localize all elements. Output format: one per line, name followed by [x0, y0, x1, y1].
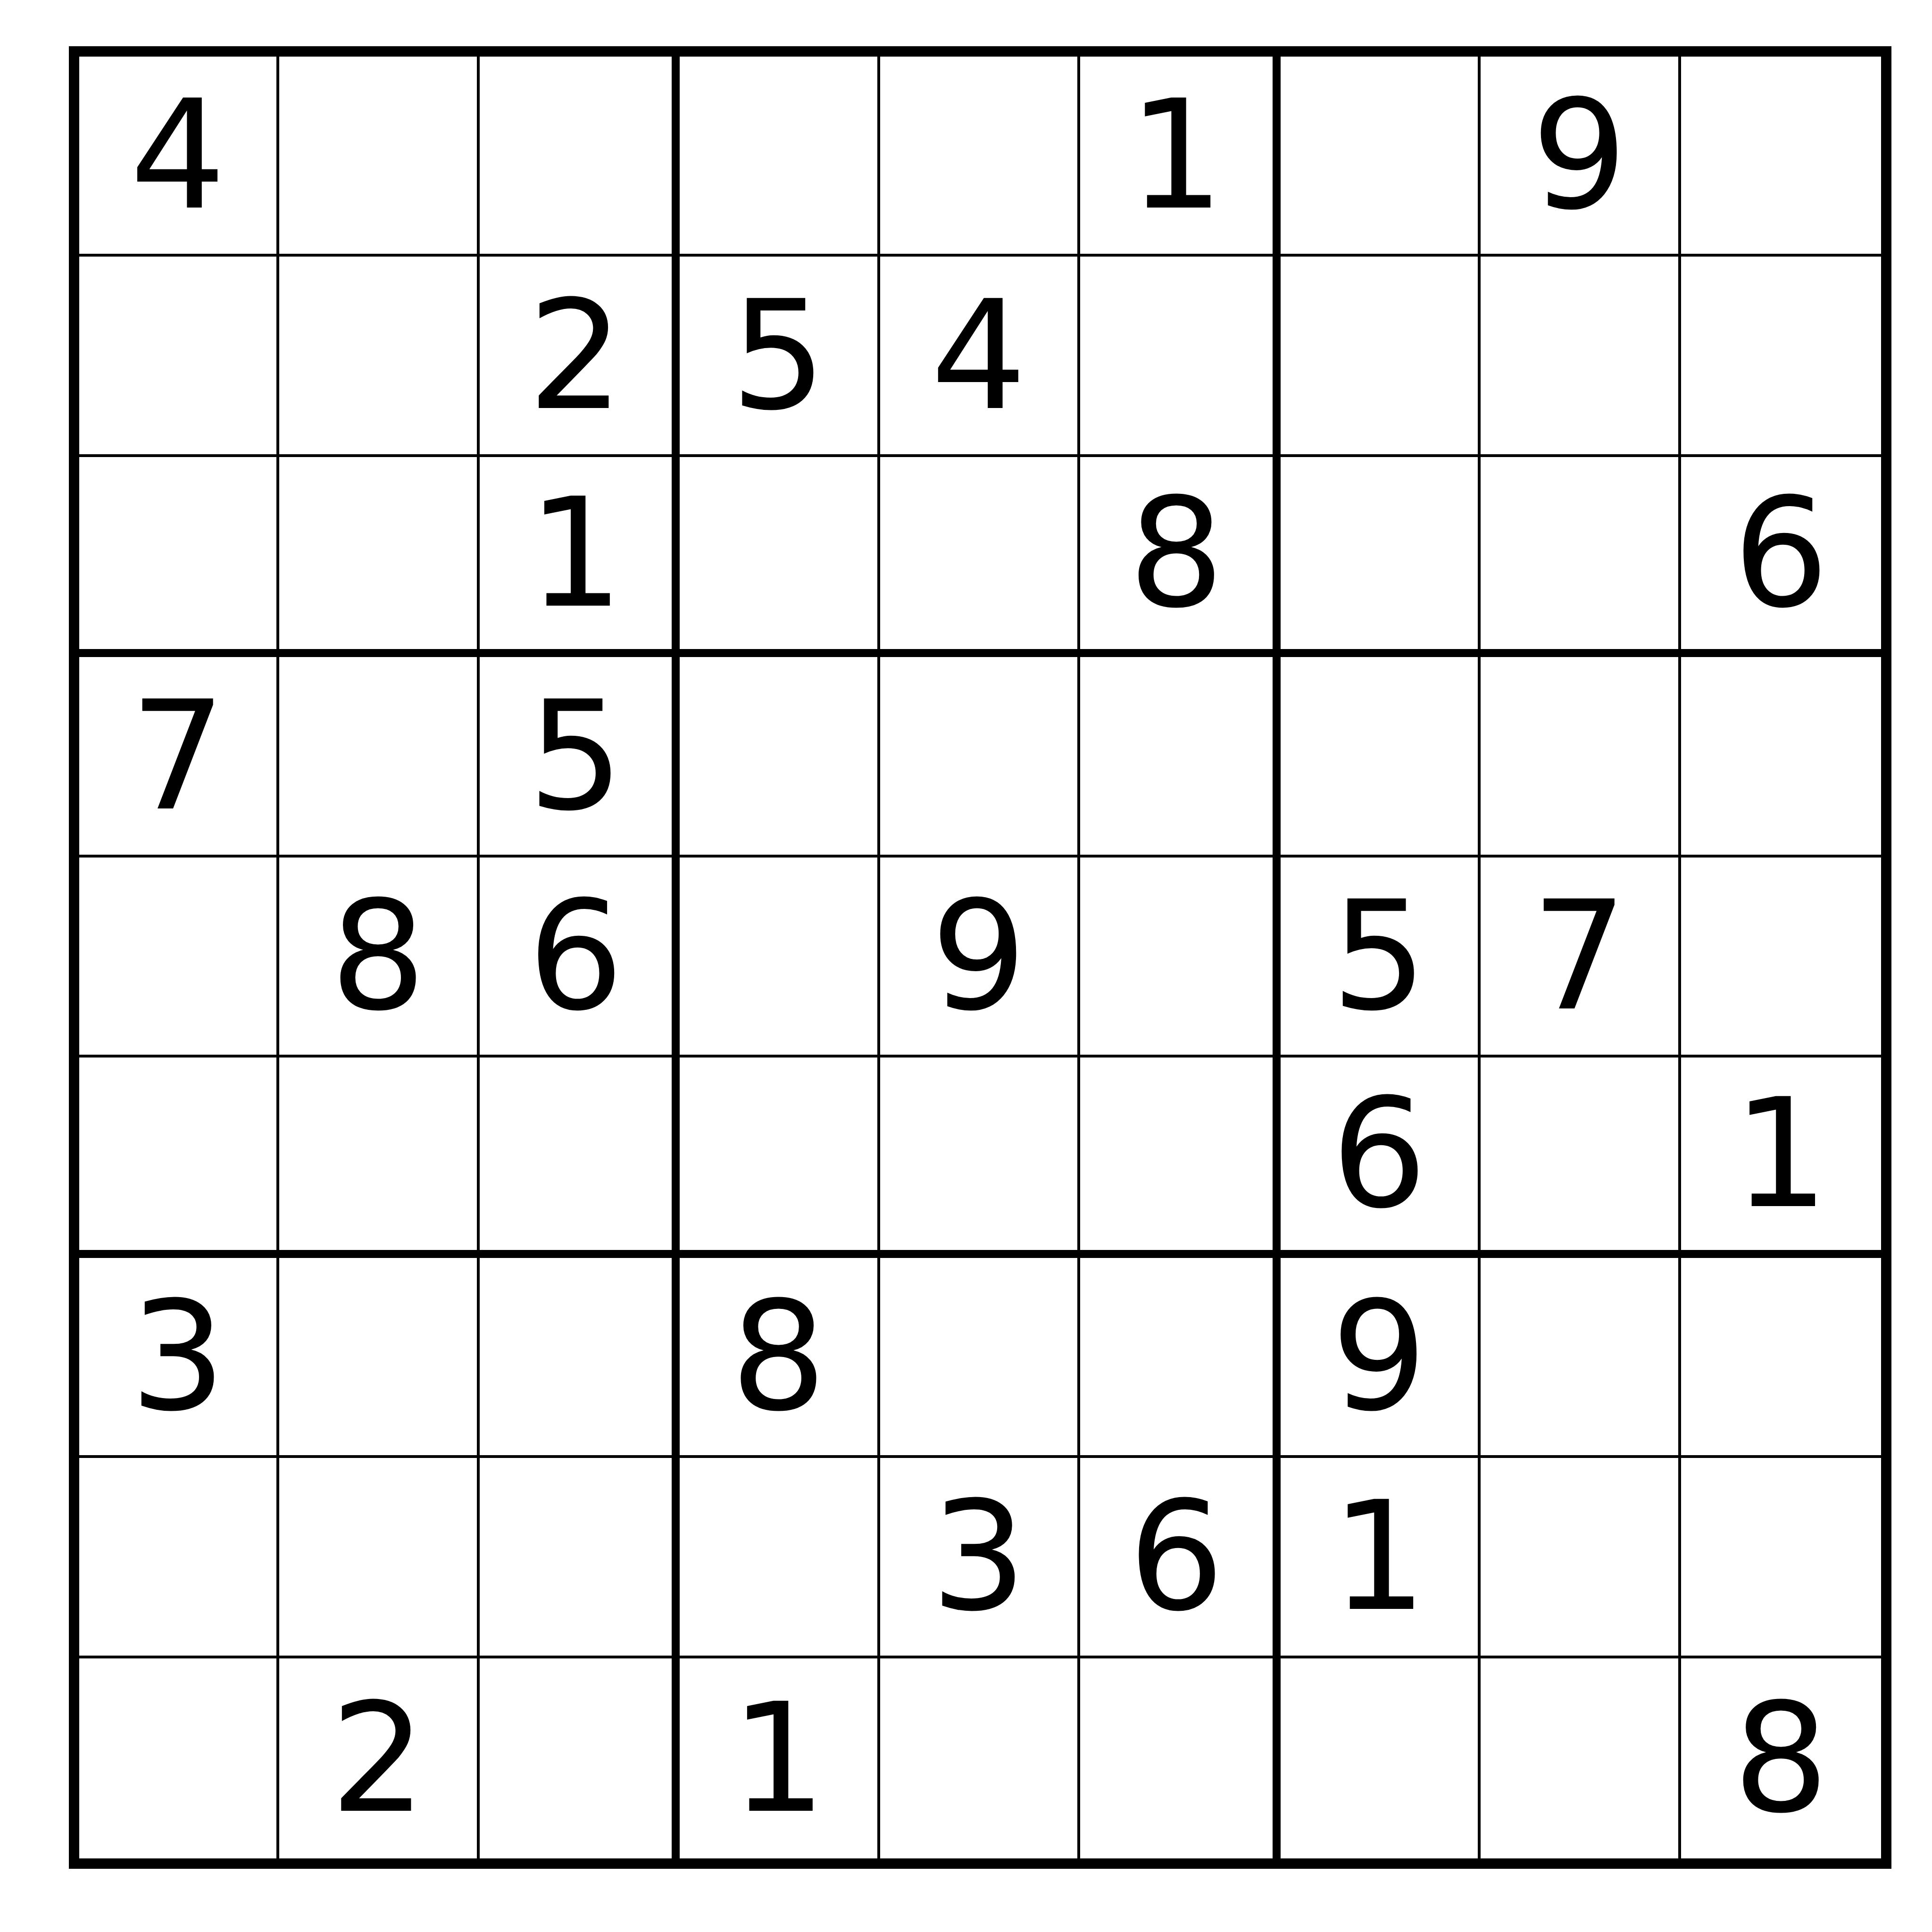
cell-r8c1[interactable] [79, 1458, 279, 1658]
cell-r5c2[interactable]: 8 [279, 858, 479, 1058]
cell-r4c9[interactable] [1681, 657, 1881, 857]
cell-r2c2[interactable] [279, 257, 479, 457]
cell-r6c4[interactable] [680, 1058, 880, 1257]
given-digit: 7 [1532, 881, 1628, 1032]
cell-r9c6[interactable] [1080, 1658, 1280, 1858]
cell-r5c1[interactable] [79, 858, 279, 1058]
cell-r7c2[interactable] [279, 1258, 479, 1458]
given-digit: 4 [931, 280, 1027, 431]
cell-r1c9[interactable] [1681, 57, 1881, 257]
cell-r1c7[interactable] [1281, 57, 1481, 257]
given-digit: 6 [1128, 1481, 1224, 1632]
cell-r4c1[interactable]: 7 [79, 657, 279, 857]
cell-r5c7[interactable]: 5 [1281, 858, 1481, 1058]
cell-r6c3[interactable] [480, 1058, 680, 1257]
cell-r6c1[interactable] [79, 1058, 279, 1257]
given-digit: 1 [1128, 80, 1224, 231]
cell-r9c5[interactable] [880, 1658, 1080, 1858]
cell-r8c8[interactable] [1481, 1458, 1681, 1658]
cell-r4c4[interactable] [680, 657, 880, 857]
cell-r2c7[interactable] [1281, 257, 1481, 457]
cell-r5c6[interactable] [1080, 858, 1280, 1058]
given-digit: 8 [731, 1281, 827, 1432]
cell-r6c2[interactable] [279, 1058, 479, 1257]
cell-r1c1[interactable]: 4 [79, 57, 279, 257]
cell-r2c9[interactable] [1681, 257, 1881, 457]
cell-r9c3[interactable] [480, 1658, 680, 1858]
cell-r5c8[interactable]: 7 [1481, 858, 1681, 1058]
given-digit: 5 [1331, 881, 1427, 1032]
cell-r6c7[interactable]: 6 [1281, 1058, 1481, 1257]
cell-r8c4[interactable] [680, 1458, 880, 1658]
cell-r7c3[interactable] [480, 1258, 680, 1458]
cell-r9c1[interactable] [79, 1658, 279, 1858]
cell-r1c8[interactable]: 9 [1481, 57, 1681, 257]
cell-r7c9[interactable] [1681, 1258, 1881, 1458]
cell-r3c5[interactable] [880, 457, 1080, 657]
cell-r3c2[interactable] [279, 457, 479, 657]
given-digit: 2 [528, 280, 624, 431]
cell-r3c6[interactable]: 8 [1080, 457, 1280, 657]
cell-r3c7[interactable] [1281, 457, 1481, 657]
cell-r4c3[interactable]: 5 [480, 657, 680, 857]
cell-r3c3[interactable]: 1 [480, 457, 680, 657]
cell-r5c5[interactable]: 9 [880, 858, 1080, 1058]
cell-r6c6[interactable] [1080, 1058, 1280, 1257]
given-digit: 9 [931, 881, 1027, 1032]
cell-r9c9[interactable]: 8 [1681, 1658, 1881, 1858]
given-digit: 6 [1331, 1078, 1427, 1229]
given-digit: 5 [731, 280, 827, 431]
cell-r3c4[interactable] [680, 457, 880, 657]
cell-r6c9[interactable]: 1 [1681, 1058, 1881, 1257]
cell-r2c1[interactable] [79, 257, 279, 457]
cell-r9c7[interactable] [1281, 1658, 1481, 1858]
cell-r8c5[interactable]: 3 [880, 1458, 1080, 1658]
given-digit: 8 [1128, 478, 1224, 629]
cell-r1c2[interactable] [279, 57, 479, 257]
given-digit: 1 [1733, 1078, 1829, 1229]
given-digit: 1 [731, 1683, 827, 1834]
cell-r4c2[interactable] [279, 657, 479, 857]
cell-r2c4[interactable]: 5 [680, 257, 880, 457]
cell-r5c9[interactable] [1681, 858, 1881, 1058]
cell-r8c3[interactable] [480, 1458, 680, 1658]
cell-r7c5[interactable] [880, 1258, 1080, 1458]
cell-r9c2[interactable]: 2 [279, 1658, 479, 1858]
cell-r7c7[interactable]: 9 [1281, 1258, 1481, 1458]
cell-r6c5[interactable] [880, 1058, 1080, 1257]
given-digit: 4 [130, 80, 226, 231]
cell-r1c4[interactable] [680, 57, 880, 257]
cell-r3c8[interactable] [1481, 457, 1681, 657]
cell-r2c8[interactable] [1481, 257, 1681, 457]
given-digit: 3 [931, 1481, 1027, 1632]
given-digit: 1 [1331, 1481, 1427, 1632]
cell-r7c4[interactable]: 8 [680, 1258, 880, 1458]
cell-r2c6[interactable] [1080, 257, 1280, 457]
cell-r2c3[interactable]: 2 [480, 257, 680, 457]
sudoku-board: 419254186758695761389361218 [69, 46, 1891, 1869]
cell-r4c8[interactable] [1481, 657, 1681, 857]
cell-r3c1[interactable] [79, 457, 279, 657]
given-digit: 2 [330, 1683, 426, 1834]
cell-r7c8[interactable] [1481, 1258, 1681, 1458]
cell-r1c3[interactable] [480, 57, 680, 257]
cell-r2c5[interactable]: 4 [880, 257, 1080, 457]
cell-r4c5[interactable] [880, 657, 1080, 857]
given-digit: 9 [1532, 80, 1628, 231]
cell-r8c7[interactable]: 1 [1281, 1458, 1481, 1658]
given-digit: 8 [330, 881, 426, 1032]
cell-r5c4[interactable] [680, 858, 880, 1058]
cell-r5c3[interactable]: 6 [480, 858, 680, 1058]
cell-r7c6[interactable] [1080, 1258, 1280, 1458]
cell-r1c6[interactable]: 1 [1080, 57, 1280, 257]
given-digit: 6 [528, 881, 624, 1032]
cell-r9c4[interactable]: 1 [680, 1658, 880, 1858]
cell-r7c1[interactable]: 3 [79, 1258, 279, 1458]
given-digit: 1 [528, 478, 624, 629]
cell-r3c9[interactable]: 6 [1681, 457, 1881, 657]
cell-r6c8[interactable] [1481, 1058, 1681, 1257]
cell-r8c2[interactable] [279, 1458, 479, 1658]
given-digit: 3 [130, 1281, 226, 1432]
cell-r8c9[interactable] [1681, 1458, 1881, 1658]
given-digit: 8 [1733, 1683, 1829, 1834]
given-digit: 6 [1733, 478, 1829, 629]
cell-r8c6[interactable]: 6 [1080, 1458, 1280, 1658]
cell-r9c8[interactable] [1481, 1658, 1681, 1858]
given-digit: 5 [528, 681, 624, 832]
given-digit: 7 [130, 681, 226, 832]
cell-r4c6[interactable] [1080, 657, 1280, 857]
given-digit: 9 [1331, 1281, 1427, 1432]
cell-r4c7[interactable] [1281, 657, 1481, 857]
cell-r1c5[interactable] [880, 57, 1080, 257]
